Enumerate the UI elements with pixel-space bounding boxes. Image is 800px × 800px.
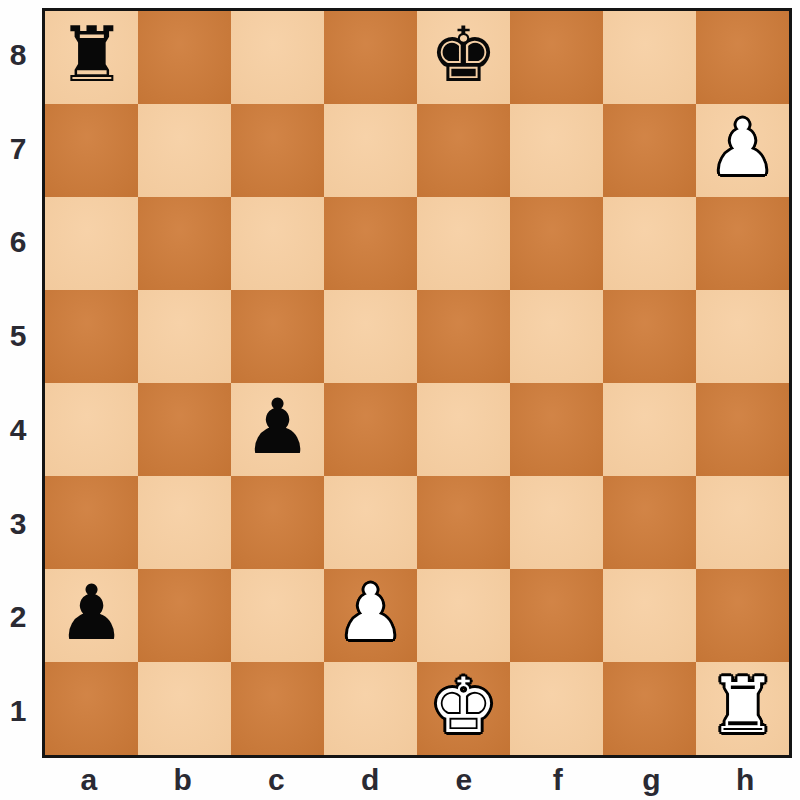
- square-d4[interactable]: [324, 383, 417, 476]
- piece-black-rook[interactable]: ♜: [57, 8, 125, 101]
- square-d8[interactable]: [324, 11, 417, 104]
- file-label-b: b: [136, 758, 230, 800]
- file-labels: abcdefgh: [42, 758, 792, 800]
- square-f3[interactable]: [510, 476, 603, 569]
- square-e8[interactable]: ♚: [417, 11, 510, 104]
- square-c2[interactable]: [231, 569, 324, 662]
- square-f5[interactable]: [510, 290, 603, 383]
- rank-label-4: 4: [0, 383, 42, 477]
- square-b7[interactable]: [138, 104, 231, 197]
- piece-white-pawn[interactable]: ♟: [336, 566, 404, 659]
- file-label-e: e: [417, 758, 511, 800]
- file-label-g: g: [605, 758, 699, 800]
- square-a6[interactable]: [45, 197, 138, 290]
- square-c6[interactable]: [231, 197, 324, 290]
- square-f7[interactable]: [510, 104, 603, 197]
- square-a4[interactable]: [45, 383, 138, 476]
- square-d5[interactable]: [324, 290, 417, 383]
- rank-label-8: 8: [0, 8, 42, 102]
- square-f1[interactable]: [510, 662, 603, 755]
- square-c3[interactable]: [231, 476, 324, 569]
- rank-label-7: 7: [0, 102, 42, 196]
- square-h8[interactable]: [696, 11, 789, 104]
- square-h2[interactable]: [696, 569, 789, 662]
- square-c8[interactable]: [231, 11, 324, 104]
- square-h7[interactable]: ♟: [696, 104, 789, 197]
- rank-label-3: 3: [0, 477, 42, 571]
- rank-label-6: 6: [0, 196, 42, 290]
- rank-label-5: 5: [0, 289, 42, 383]
- square-d7[interactable]: [324, 104, 417, 197]
- file-labels-row: abcdefgh: [0, 758, 800, 800]
- piece-black-pawn[interactable]: ♟: [243, 380, 311, 473]
- square-c5[interactable]: [231, 290, 324, 383]
- chess-board: ♜♚♟♟♟♟♚♜: [42, 8, 792, 758]
- rank-label-2: 2: [0, 571, 42, 665]
- square-a5[interactable]: [45, 290, 138, 383]
- file-label-f: f: [511, 758, 605, 800]
- square-g6[interactable]: [603, 197, 696, 290]
- square-g1[interactable]: [603, 662, 696, 755]
- square-e2[interactable]: [417, 569, 510, 662]
- piece-white-rook[interactable]: ♜: [708, 659, 776, 752]
- file-label-a: a: [42, 758, 136, 800]
- square-b8[interactable]: [138, 11, 231, 104]
- square-d6[interactable]: [324, 197, 417, 290]
- square-e1[interactable]: ♚: [417, 662, 510, 755]
- piece-black-king[interactable]: ♚: [429, 8, 497, 101]
- piece-white-pawn[interactable]: ♟: [708, 101, 776, 194]
- square-g2[interactable]: [603, 569, 696, 662]
- square-b6[interactable]: [138, 197, 231, 290]
- square-g3[interactable]: [603, 476, 696, 569]
- square-f2[interactable]: [510, 569, 603, 662]
- square-c4[interactable]: ♟: [231, 383, 324, 476]
- square-h3[interactable]: [696, 476, 789, 569]
- square-e6[interactable]: [417, 197, 510, 290]
- square-g8[interactable]: [603, 11, 696, 104]
- square-f8[interactable]: [510, 11, 603, 104]
- square-a1[interactable]: [45, 662, 138, 755]
- square-b2[interactable]: [138, 569, 231, 662]
- square-b4[interactable]: [138, 383, 231, 476]
- square-f4[interactable]: [510, 383, 603, 476]
- square-e5[interactable]: [417, 290, 510, 383]
- board-area: 87654321 ♜♚♟♟♟♟♚♜: [0, 8, 800, 758]
- square-g4[interactable]: [603, 383, 696, 476]
- square-h5[interactable]: [696, 290, 789, 383]
- square-a8[interactable]: ♜: [45, 11, 138, 104]
- piece-white-king[interactable]: ♚: [429, 659, 497, 752]
- square-d3[interactable]: [324, 476, 417, 569]
- square-a3[interactable]: [45, 476, 138, 569]
- file-label-c: c: [230, 758, 324, 800]
- square-f6[interactable]: [510, 197, 603, 290]
- square-e4[interactable]: [417, 383, 510, 476]
- square-d2[interactable]: ♟: [324, 569, 417, 662]
- rank-label-1: 1: [0, 664, 42, 758]
- square-h1[interactable]: ♜: [696, 662, 789, 755]
- square-b1[interactable]: [138, 662, 231, 755]
- rank-labels: 87654321: [0, 8, 42, 758]
- square-g5[interactable]: [603, 290, 696, 383]
- bottom-spacer: [0, 758, 42, 800]
- page: 87654321 ♜♚♟♟♟♟♚♜ abcdefgh: [0, 0, 800, 800]
- square-h6[interactable]: [696, 197, 789, 290]
- square-b3[interactable]: [138, 476, 231, 569]
- square-c7[interactable]: [231, 104, 324, 197]
- square-a7[interactable]: [45, 104, 138, 197]
- file-label-d: d: [323, 758, 417, 800]
- square-d1[interactable]: [324, 662, 417, 755]
- square-e7[interactable]: [417, 104, 510, 197]
- square-c1[interactable]: [231, 662, 324, 755]
- piece-black-pawn[interactable]: ♟: [57, 566, 125, 659]
- square-g7[interactable]: [603, 104, 696, 197]
- square-e3[interactable]: [417, 476, 510, 569]
- square-b5[interactable]: [138, 290, 231, 383]
- square-a2[interactable]: ♟: [45, 569, 138, 662]
- square-h4[interactable]: [696, 383, 789, 476]
- file-label-h: h: [698, 758, 792, 800]
